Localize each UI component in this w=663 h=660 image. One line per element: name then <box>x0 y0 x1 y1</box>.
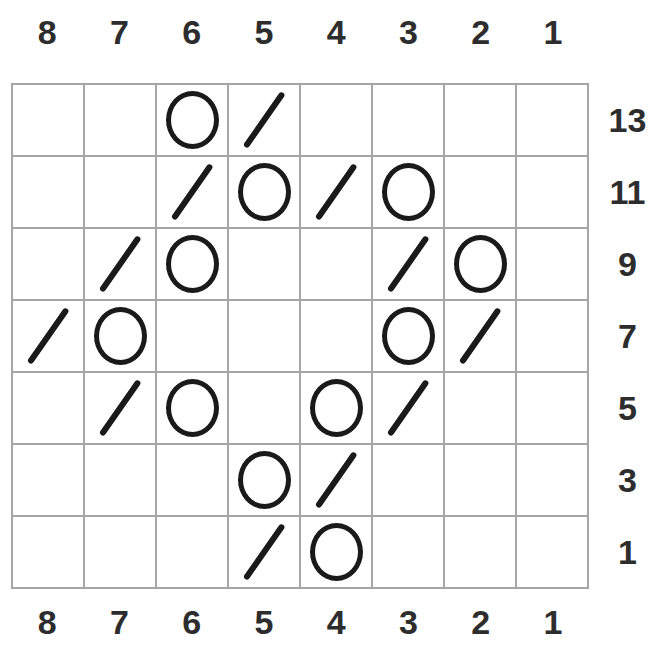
column-labels-top: 87654321 <box>11 8 589 56</box>
grid-cell <box>229 445 299 515</box>
column-label: 1 <box>517 8 589 56</box>
grid-cell <box>373 85 443 155</box>
grid-cell <box>517 373 587 443</box>
grid-cell <box>445 373 515 443</box>
column-label: 7 <box>83 8 155 56</box>
column-label: 5 <box>228 598 300 646</box>
grid-cell <box>301 157 371 227</box>
column-label: 8 <box>11 598 83 646</box>
grid-cell <box>157 301 227 371</box>
grid-cell <box>85 229 155 299</box>
grid-cell <box>85 445 155 515</box>
grid-cell <box>13 373 83 443</box>
grid-cell <box>301 373 371 443</box>
grid-cell <box>373 517 443 587</box>
column-label: 2 <box>445 8 517 56</box>
grid-cell <box>85 373 155 443</box>
k2tog-icon <box>387 235 429 292</box>
grid-cell <box>13 517 83 587</box>
grid-cell <box>229 517 299 587</box>
row-label: 11 <box>592 156 663 228</box>
yarn-over-icon <box>166 379 219 437</box>
k2tog-icon <box>99 235 141 292</box>
grid-cell <box>517 445 587 515</box>
grid-cell <box>157 157 227 227</box>
column-label: 1 <box>517 598 589 646</box>
grid-cell <box>13 157 83 227</box>
grid-cell <box>445 85 515 155</box>
yarn-over-icon <box>310 379 363 437</box>
k2tog-icon <box>27 307 69 364</box>
grid-cell <box>517 157 587 227</box>
grid-cell <box>445 157 515 227</box>
column-label: 6 <box>156 598 228 646</box>
k2tog-icon <box>387 379 429 436</box>
grid-cell <box>229 157 299 227</box>
yarn-over-icon <box>166 91 219 149</box>
chart-grid <box>11 83 589 589</box>
yarn-over-icon <box>94 307 147 365</box>
grid-cell <box>517 85 587 155</box>
grid-cell <box>229 373 299 443</box>
grid-cell <box>301 85 371 155</box>
column-label: 3 <box>372 598 444 646</box>
grid-cell <box>517 517 587 587</box>
grid-cell <box>373 301 443 371</box>
k2tog-icon <box>243 523 285 580</box>
yarn-over-icon <box>454 235 507 293</box>
yarn-over-icon <box>238 451 291 509</box>
grid-cell <box>445 301 515 371</box>
row-label: 3 <box>592 444 663 516</box>
row-label: 9 <box>592 228 663 300</box>
grid-cell <box>157 445 227 515</box>
grid-cell <box>301 517 371 587</box>
yarn-over-icon <box>310 523 363 581</box>
grid-cell <box>157 229 227 299</box>
k2tog-icon <box>315 451 357 508</box>
grid-cell <box>13 301 83 371</box>
column-label: 3 <box>372 8 444 56</box>
column-label: 4 <box>300 598 372 646</box>
yarn-over-icon <box>166 235 219 293</box>
grid-cell <box>229 229 299 299</box>
yarn-over-icon <box>238 163 291 221</box>
column-label: 7 <box>83 598 155 646</box>
k2tog-icon <box>171 163 213 220</box>
grid-cell <box>517 301 587 371</box>
grid-cell <box>373 229 443 299</box>
column-labels-bottom: 87654321 <box>11 598 589 646</box>
k2tog-icon <box>315 163 357 220</box>
grid-cell <box>517 229 587 299</box>
grid-cell <box>445 229 515 299</box>
row-label: 13 <box>592 84 663 156</box>
grid-cell <box>301 445 371 515</box>
grid-cell <box>85 157 155 227</box>
column-label: 8 <box>11 8 83 56</box>
grid-cell <box>13 85 83 155</box>
row-labels-right: 131197531 <box>592 84 663 588</box>
yarn-over-icon <box>382 163 435 221</box>
column-label: 4 <box>300 8 372 56</box>
row-label: 7 <box>592 300 663 372</box>
grid-cell <box>157 517 227 587</box>
grid-cell <box>13 445 83 515</box>
grid-cell <box>373 445 443 515</box>
k2tog-icon <box>243 91 285 148</box>
grid-cell <box>229 85 299 155</box>
grid-cell <box>373 373 443 443</box>
grid-cell <box>85 85 155 155</box>
grid-cell <box>373 157 443 227</box>
row-label: 5 <box>592 372 663 444</box>
grid-cell <box>85 301 155 371</box>
grid-cell <box>157 373 227 443</box>
grid-cell <box>13 229 83 299</box>
column-label: 5 <box>228 8 300 56</box>
row-label: 1 <box>592 516 663 588</box>
grid-cell <box>445 517 515 587</box>
grid-cell <box>85 517 155 587</box>
grid-cell <box>301 229 371 299</box>
grid-cell <box>157 85 227 155</box>
k2tog-icon <box>99 379 141 436</box>
grid-cell <box>301 301 371 371</box>
column-label: 6 <box>156 8 228 56</box>
grid-cell <box>229 301 299 371</box>
yarn-over-icon <box>382 307 435 365</box>
k2tog-icon <box>459 307 501 364</box>
knitting-chart-page: 87654321 131197531 87654321 <box>0 0 663 660</box>
column-label: 2 <box>445 598 517 646</box>
grid-cell <box>445 445 515 515</box>
